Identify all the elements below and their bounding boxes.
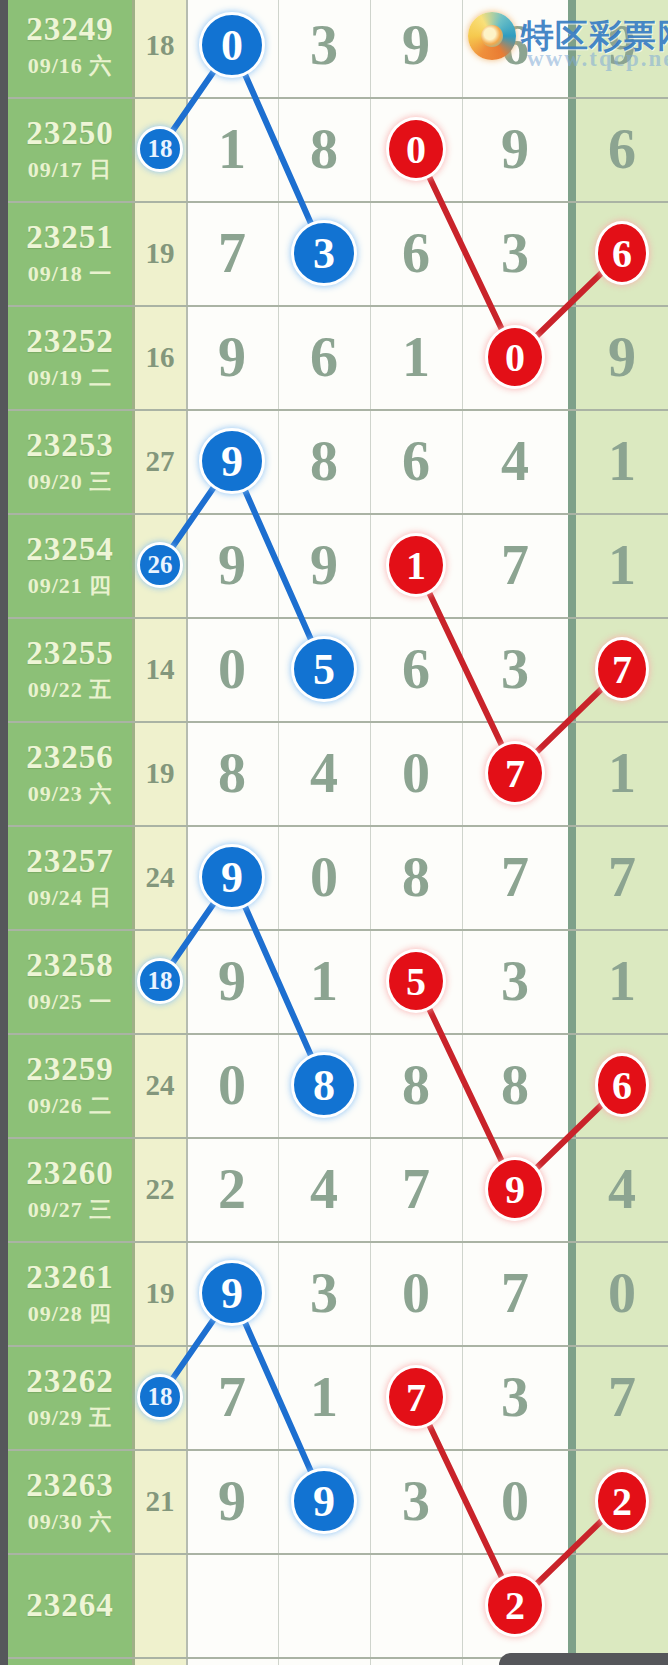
period-cell: 2324909/16 六	[8, 0, 132, 97]
sum-circled-blue: 18	[137, 1374, 183, 1420]
period-number: 23259	[26, 1053, 114, 1086]
digit-cell: 7	[402, 1161, 430, 1217]
digit-cell: 3	[402, 1473, 430, 1529]
period-number: 23262	[26, 1365, 114, 1398]
digit-cell: 9	[218, 329, 246, 385]
digit-cell: 0	[608, 1265, 636, 1321]
digit-cell: 8	[310, 433, 338, 489]
digit-cell: 3	[501, 1369, 529, 1425]
digit-cell: 1	[608, 433, 636, 489]
period-cell: 2325409/21 四	[8, 513, 132, 617]
sum-value: 24	[146, 1069, 175, 1102]
digit-cell: 3	[310, 17, 338, 73]
digit-cell: 3	[501, 953, 529, 1009]
site-logo-swirl-icon	[468, 12, 516, 60]
digit-cell: 8	[402, 849, 430, 905]
draw-date: 09/20 三	[28, 471, 113, 493]
digit-cell: 9	[402, 17, 430, 73]
digit-cell: 8	[402, 1057, 430, 1113]
draw-date: 09/18 一	[28, 263, 113, 285]
sum-value: 19	[146, 757, 175, 790]
period-number: 23263	[26, 1469, 114, 1502]
period-number: 23257	[26, 845, 114, 878]
circled-digit-blue: 9	[199, 428, 265, 494]
circled-digit-blue: 0	[199, 12, 265, 78]
sum-circled-blue: 18	[137, 958, 183, 1004]
draw-date: 09/30 六	[28, 1511, 113, 1533]
period-cell: 2325109/18 一	[8, 201, 132, 305]
draw-date: 09/21 四	[28, 575, 113, 597]
period-cell: 2325609/23 六	[8, 721, 132, 825]
circled-digit-red: 1	[386, 533, 446, 597]
period-cell: 2326109/28 四	[8, 1241, 132, 1345]
digit-cell: 4	[310, 1161, 338, 1217]
draw-date: 09/26 二	[28, 1095, 113, 1117]
circled-digit-red: 6	[595, 221, 649, 285]
period-number: 23256	[26, 741, 114, 774]
period-number: 23249	[26, 13, 114, 46]
digit-cell: 6	[402, 225, 430, 281]
draw-date: 09/24 日	[28, 887, 113, 909]
circled-digit-red: 5	[386, 949, 446, 1013]
sum-value: 16	[146, 341, 175, 374]
digit-cell: 9	[218, 1473, 246, 1529]
circled-digit-red: 0	[485, 325, 545, 389]
digit-cell: 7	[218, 225, 246, 281]
digit-cell: 9	[310, 537, 338, 593]
digit-cell: 1	[218, 121, 246, 177]
digit-cell: 6	[402, 641, 430, 697]
circled-digit-blue: 8	[291, 1052, 357, 1118]
sum-value: 18	[146, 29, 175, 62]
digit-cell: 4	[310, 745, 338, 801]
digit-cell: 7	[501, 849, 529, 905]
period-number: 23252	[26, 325, 114, 358]
digit-cell: 4	[608, 1161, 636, 1217]
digit-cell: 0	[402, 1265, 430, 1321]
circled-digit-red: 7	[595, 637, 649, 701]
period-number: 23261	[26, 1261, 114, 1294]
circled-digit-blue: 9	[291, 1468, 357, 1534]
digit-cell: 0	[218, 1057, 246, 1113]
digit-cell: 9	[501, 121, 529, 177]
left-dark-strip	[0, 0, 8, 1665]
sum-value: 22	[146, 1173, 175, 1206]
digit-cell: 0	[218, 641, 246, 697]
digit-cell: 6	[310, 329, 338, 385]
digit-cell: 2	[218, 1161, 246, 1217]
period-cell: 2325209/19 二	[8, 305, 132, 409]
digit-cell: 1	[402, 329, 430, 385]
period-cell: 2325309/20 三	[8, 409, 132, 513]
circled-digit-blue: 3	[291, 220, 357, 286]
digit-cell: 3	[501, 641, 529, 697]
period-cell: 2326209/29 五	[8, 1345, 132, 1449]
circled-digit-red: 7	[485, 741, 545, 805]
lottery-trend-chart: 2324909/16 六18039692325009/17 日181809623…	[0, 0, 668, 1665]
sum-circled-blue: 18	[137, 126, 183, 172]
circled-digit-red: 7	[386, 1365, 446, 1429]
period-number: 23258	[26, 949, 114, 982]
digit-cell: 1	[310, 953, 338, 1009]
digit-cell: 9	[218, 953, 246, 1009]
digit-cell: 8	[501, 1057, 529, 1113]
digit-cell: 1	[608, 745, 636, 801]
circled-digit-blue: 5	[291, 636, 357, 702]
digit-cell: 9	[608, 329, 636, 385]
digit-cell: 6	[402, 433, 430, 489]
draw-date: 09/29 五	[28, 1407, 113, 1429]
draw-date: 09/23 六	[28, 783, 113, 805]
bottom-dark-bar	[499, 1653, 668, 1665]
digit-cell: 1	[608, 537, 636, 593]
period-cell: 2325709/24 日	[8, 825, 132, 929]
digit-cell: 0	[501, 1473, 529, 1529]
digit-cell: 3	[310, 1265, 338, 1321]
digit-cell: 7	[608, 849, 636, 905]
digit-cell: 6	[608, 121, 636, 177]
period-cell: 2326309/30 六	[8, 1449, 132, 1553]
period-number: 23254	[26, 533, 114, 566]
sum-value: 24	[146, 861, 175, 894]
digit-cell: 0	[402, 745, 430, 801]
digit-cell: 3	[501, 225, 529, 281]
digit-cell: 8	[310, 121, 338, 177]
period-cell: 2326009/27 三	[8, 1137, 132, 1241]
sum-value: 19	[146, 1277, 175, 1310]
digit-cell: 7	[501, 537, 529, 593]
draw-date: 09/22 五	[28, 679, 113, 701]
period-number: 23253	[26, 429, 114, 462]
site-watermark: www.tqcp.net	[527, 46, 668, 72]
draw-date: 09/17 日	[28, 159, 113, 181]
digit-cell: 9	[218, 537, 246, 593]
draw-date: 09/19 二	[28, 367, 113, 389]
digit-cell: 7	[608, 1369, 636, 1425]
circled-digit-red: 2	[485, 1573, 545, 1637]
period-number: 23251	[26, 221, 114, 254]
digit-cell: 0	[310, 849, 338, 905]
period-number: 23264	[26, 1589, 114, 1622]
digit-cell: 1	[608, 953, 636, 1009]
draw-date: 09/25 一	[28, 991, 113, 1013]
sum-value: 19	[146, 237, 175, 270]
circled-digit-red: 2	[595, 1469, 649, 1533]
period-number: 23250	[26, 117, 114, 150]
draw-date: 09/28 四	[28, 1303, 113, 1325]
period-cell: 2325509/22 五	[8, 617, 132, 721]
digit-cell: 7	[218, 1369, 246, 1425]
draw-date: 09/27 三	[28, 1199, 113, 1221]
circled-digit-red: 6	[595, 1053, 649, 1117]
sum-value: 14	[146, 653, 175, 686]
digit-cell: 8	[218, 745, 246, 801]
circled-digit-blue: 9	[199, 1260, 265, 1326]
period-number: 23260	[26, 1157, 114, 1190]
sum-value: 27	[146, 445, 175, 478]
circled-digit-red: 9	[485, 1157, 545, 1221]
digit-cell: 4	[501, 433, 529, 489]
digit-cell: 7	[501, 1265, 529, 1321]
draw-date: 09/16 六	[28, 55, 113, 77]
period-number: 23255	[26, 637, 114, 670]
digit-cell: 1	[310, 1369, 338, 1425]
period-cell: 23264	[8, 1553, 132, 1657]
sum-circled-blue: 26	[137, 542, 183, 588]
circled-digit-blue: 9	[199, 844, 265, 910]
period-cell: 2325009/17 日	[8, 97, 132, 201]
circled-digit-red: 0	[386, 117, 446, 181]
period-cell: 2325809/25 一	[8, 929, 132, 1033]
period-cell: 2325909/26 二	[8, 1033, 132, 1137]
sum-value: 21	[146, 1485, 175, 1518]
